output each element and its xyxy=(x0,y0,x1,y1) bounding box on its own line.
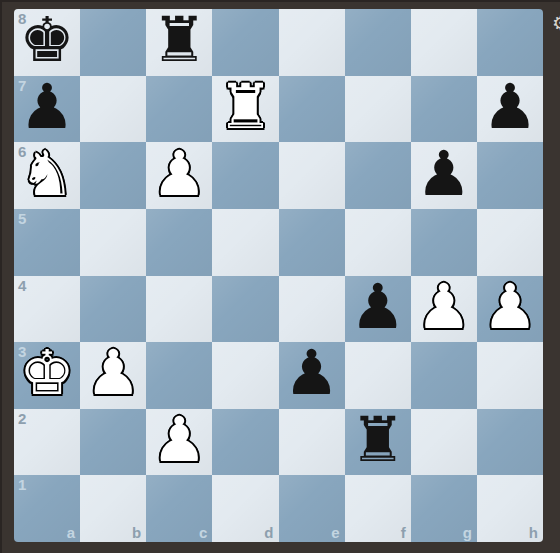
square-g6[interactable]: ♟ xyxy=(411,142,477,209)
square-a3[interactable]: 3♚ xyxy=(14,342,80,409)
square-e7[interactable] xyxy=(279,76,345,143)
square-f4[interactable]: ♟ xyxy=(345,276,411,343)
square-b3[interactable]: ♟ xyxy=(80,342,146,409)
square-c2[interactable]: ♟ xyxy=(146,409,212,476)
white-king[interactable]: ♚ xyxy=(19,342,75,404)
rank-label-4: 4 xyxy=(18,277,26,294)
square-c8[interactable]: ♜ xyxy=(146,9,212,76)
square-d8[interactable] xyxy=(212,9,278,76)
square-d5[interactable] xyxy=(212,209,278,276)
square-f2[interactable]: ♜ xyxy=(345,409,411,476)
white-pawn[interactable]: ♟ xyxy=(416,276,472,338)
square-b8[interactable] xyxy=(80,9,146,76)
square-g1[interactable]: g xyxy=(411,475,477,542)
square-h3[interactable] xyxy=(477,342,543,409)
square-e2[interactable] xyxy=(279,409,345,476)
square-h6[interactable] xyxy=(477,142,543,209)
file-label-a: a xyxy=(67,524,75,541)
square-a5[interactable]: 5 xyxy=(14,209,80,276)
white-pawn[interactable]: ♟ xyxy=(85,342,141,404)
square-c4[interactable] xyxy=(146,276,212,343)
square-e8[interactable] xyxy=(279,9,345,76)
square-b1[interactable]: b xyxy=(80,475,146,542)
partial-gear-icon[interactable]: ⚙ xyxy=(552,13,560,33)
square-f6[interactable] xyxy=(345,142,411,209)
square-d6[interactable] xyxy=(212,142,278,209)
file-label-c: c xyxy=(199,524,207,541)
rank-label-1: 1 xyxy=(18,476,26,493)
white-pawn[interactable]: ♟ xyxy=(152,143,208,205)
square-g4[interactable]: ♟ xyxy=(411,276,477,343)
square-d4[interactable] xyxy=(212,276,278,343)
square-h7[interactable]: ♟ xyxy=(477,76,543,143)
square-f5[interactable] xyxy=(345,209,411,276)
square-g7[interactable] xyxy=(411,76,477,143)
square-b4[interactable] xyxy=(80,276,146,343)
square-h5[interactable] xyxy=(477,209,543,276)
square-f8[interactable] xyxy=(345,9,411,76)
file-label-d: d xyxy=(264,524,273,541)
square-g8[interactable] xyxy=(411,9,477,76)
white-pawn[interactable]: ♟ xyxy=(152,409,208,471)
file-label-e: e xyxy=(331,524,339,541)
file-label-h: h xyxy=(529,524,538,541)
white-pawn[interactable]: ♟ xyxy=(482,276,538,338)
square-c1[interactable]: c xyxy=(146,475,212,542)
square-c3[interactable] xyxy=(146,342,212,409)
square-f3[interactable] xyxy=(345,342,411,409)
app-background: 8♚♜7♟♜♟6♞♟♟54♟♟♟3♚♟♟2♟♜1abcdefgh ⚙ xyxy=(0,0,560,553)
black-pawn[interactable]: ♟ xyxy=(350,276,406,338)
square-e4[interactable] xyxy=(279,276,345,343)
square-g5[interactable] xyxy=(411,209,477,276)
square-e5[interactable] xyxy=(279,209,345,276)
square-h2[interactable] xyxy=(477,409,543,476)
square-c6[interactable]: ♟ xyxy=(146,142,212,209)
square-a1[interactable]: 1a xyxy=(14,475,80,542)
black-rook[interactable]: ♜ xyxy=(152,9,208,71)
black-pawn[interactable]: ♟ xyxy=(19,76,75,138)
black-pawn[interactable]: ♟ xyxy=(284,342,340,404)
file-label-f: f xyxy=(401,524,406,541)
square-b7[interactable] xyxy=(80,76,146,143)
square-f1[interactable]: f xyxy=(345,475,411,542)
square-d3[interactable] xyxy=(212,342,278,409)
square-a7[interactable]: 7♟ xyxy=(14,76,80,143)
white-rook[interactable]: ♜ xyxy=(218,76,274,138)
square-h1[interactable]: h xyxy=(477,475,543,542)
square-h8[interactable] xyxy=(477,9,543,76)
square-g2[interactable] xyxy=(411,409,477,476)
square-a6[interactable]: 6♞ xyxy=(14,142,80,209)
square-a8[interactable]: 8♚ xyxy=(14,9,80,76)
file-label-b: b xyxy=(132,524,141,541)
square-a4[interactable]: 4 xyxy=(14,276,80,343)
chess-board: 8♚♜7♟♜♟6♞♟♟54♟♟♟3♚♟♟2♟♜1abcdefgh xyxy=(14,9,543,542)
square-e1[interactable]: e xyxy=(279,475,345,542)
square-d2[interactable] xyxy=(212,409,278,476)
black-king[interactable]: ♚ xyxy=(19,9,75,71)
square-b5[interactable] xyxy=(80,209,146,276)
rank-label-5: 5 xyxy=(18,210,26,227)
square-c5[interactable] xyxy=(146,209,212,276)
square-d7[interactable]: ♜ xyxy=(212,76,278,143)
square-g3[interactable] xyxy=(411,342,477,409)
black-pawn[interactable]: ♟ xyxy=(416,143,472,205)
square-b2[interactable] xyxy=(80,409,146,476)
square-h4[interactable]: ♟ xyxy=(477,276,543,343)
file-label-g: g xyxy=(463,524,472,541)
square-c7[interactable] xyxy=(146,76,212,143)
square-d1[interactable]: d xyxy=(212,475,278,542)
square-a2[interactable]: 2 xyxy=(14,409,80,476)
square-b6[interactable] xyxy=(80,142,146,209)
square-f7[interactable] xyxy=(345,76,411,143)
square-e3[interactable]: ♟ xyxy=(279,342,345,409)
black-rook[interactable]: ♜ xyxy=(350,409,406,471)
white-knight[interactable]: ♞ xyxy=(19,143,75,205)
black-pawn[interactable]: ♟ xyxy=(482,76,538,138)
rank-label-2: 2 xyxy=(18,410,26,427)
square-e6[interactable] xyxy=(279,142,345,209)
